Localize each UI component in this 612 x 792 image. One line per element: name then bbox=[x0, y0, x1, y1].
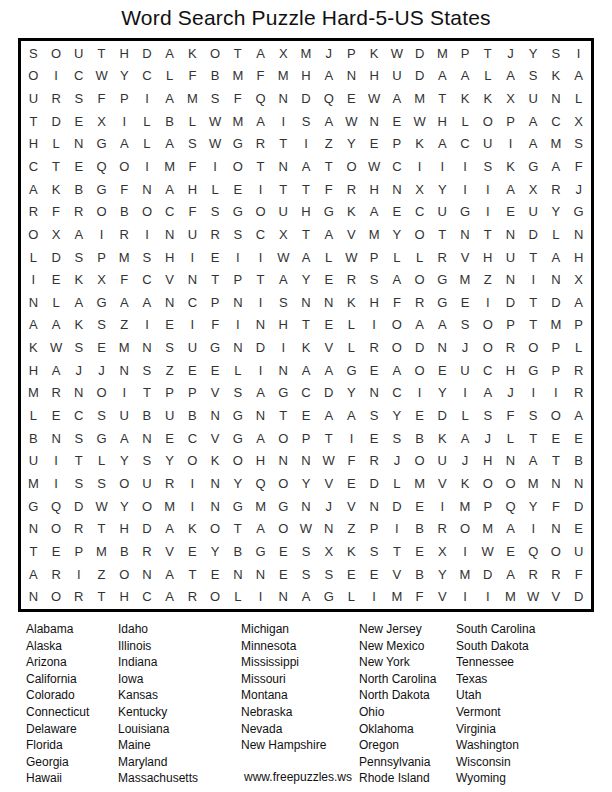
grid-cell[interactable]: W bbox=[476, 540, 499, 563]
grid-cell[interactable]: Q bbox=[499, 495, 522, 518]
grid-cell[interactable]: I bbox=[67, 563, 90, 586]
grid-cell[interactable]: F bbox=[567, 563, 590, 586]
grid-cell[interactable]: U bbox=[386, 65, 409, 88]
grid-cell[interactable]: A bbox=[386, 268, 409, 291]
grid-cell[interactable]: K bbox=[67, 314, 90, 337]
grid-cell[interactable]: N bbox=[67, 133, 90, 156]
grid-cell[interactable]: O bbox=[204, 517, 227, 540]
grid-cell[interactable]: W bbox=[363, 87, 386, 110]
grid-cell[interactable]: T bbox=[272, 404, 295, 427]
grid-cell[interactable]: I bbox=[45, 472, 68, 495]
grid-cell[interactable]: E bbox=[386, 200, 409, 223]
grid-cell[interactable]: L bbox=[317, 246, 340, 269]
grid-cell[interactable]: S bbox=[136, 450, 159, 473]
grid-cell[interactable]: H bbox=[363, 178, 386, 201]
grid-cell[interactable]: O bbox=[90, 200, 113, 223]
grid-cell[interactable]: E bbox=[363, 133, 386, 156]
grid-cell[interactable]: A bbox=[499, 517, 522, 540]
grid-cell[interactable]: I bbox=[408, 155, 431, 178]
grid-cell[interactable]: N bbox=[249, 314, 272, 337]
grid-cell[interactable]: I bbox=[363, 314, 386, 337]
grid-cell[interactable]: F bbox=[204, 314, 227, 337]
grid-cell[interactable]: O bbox=[136, 200, 159, 223]
grid-cell[interactable]: A bbox=[67, 291, 90, 314]
grid-cell[interactable]: A bbox=[522, 133, 545, 156]
grid-cell[interactable]: L bbox=[386, 472, 409, 495]
grid-cell[interactable]: A bbox=[567, 291, 590, 314]
grid-cell[interactable]: R bbox=[158, 472, 181, 495]
grid-cell[interactable]: A bbox=[45, 359, 68, 382]
grid-cell[interactable]: D bbox=[567, 585, 590, 608]
grid-cell[interactable]: W bbox=[340, 246, 363, 269]
grid-cell[interactable]: E bbox=[181, 359, 204, 382]
grid-cell[interactable]: G bbox=[249, 540, 272, 563]
grid-cell[interactable]: R bbox=[45, 563, 68, 586]
grid-cell[interactable]: O bbox=[476, 110, 499, 133]
grid-cell[interactable]: Y bbox=[431, 563, 454, 586]
grid-cell[interactable]: R bbox=[45, 87, 68, 110]
grid-cell[interactable]: E bbox=[67, 110, 90, 133]
grid-cell[interactable]: V bbox=[317, 472, 340, 495]
grid-cell[interactable]: L bbox=[340, 585, 363, 608]
grid-cell[interactable]: D bbox=[45, 246, 68, 269]
grid-cell[interactable]: A bbox=[249, 517, 272, 540]
grid-cell[interactable]: O bbox=[499, 472, 522, 495]
grid-cell[interactable]: N bbox=[499, 450, 522, 473]
grid-cell[interactable]: A bbox=[158, 585, 181, 608]
grid-cell[interactable]: C bbox=[295, 382, 318, 405]
grid-cell[interactable]: I bbox=[522, 382, 545, 405]
grid-cell[interactable]: W bbox=[90, 65, 113, 88]
grid-cell[interactable]: S bbox=[295, 540, 318, 563]
grid-cell[interactable]: O bbox=[249, 200, 272, 223]
grid-cell[interactable]: B bbox=[408, 563, 431, 586]
grid-cell[interactable]: O bbox=[340, 155, 363, 178]
grid-cell[interactable]: V bbox=[204, 382, 227, 405]
grid-cell[interactable]: S bbox=[67, 427, 90, 450]
grid-cell[interactable]: I bbox=[340, 427, 363, 450]
grid-cell[interactable]: T bbox=[90, 42, 113, 65]
grid-cell[interactable]: X bbox=[317, 540, 340, 563]
grid-cell[interactable]: D bbox=[431, 404, 454, 427]
grid-cell[interactable]: E bbox=[204, 563, 227, 586]
grid-cell[interactable]: Y bbox=[340, 133, 363, 156]
grid-cell[interactable]: F bbox=[181, 65, 204, 88]
grid-cell[interactable]: U bbox=[454, 359, 477, 382]
grid-cell[interactable]: B bbox=[408, 427, 431, 450]
grid-cell[interactable]: E bbox=[363, 563, 386, 586]
grid-cell[interactable]: C bbox=[181, 291, 204, 314]
grid-cell[interactable]: O bbox=[22, 223, 45, 246]
grid-cell[interactable]: A bbox=[545, 155, 568, 178]
grid-cell[interactable]: A bbox=[22, 563, 45, 586]
grid-cell[interactable]: I bbox=[181, 472, 204, 495]
grid-cell[interactable]: I bbox=[454, 382, 477, 405]
grid-cell[interactable]: O bbox=[454, 517, 477, 540]
grid-cell[interactable]: K bbox=[181, 42, 204, 65]
grid-cell[interactable]: F bbox=[181, 155, 204, 178]
grid-cell[interactable]: A bbox=[340, 404, 363, 427]
grid-cell[interactable]: W bbox=[522, 585, 545, 608]
grid-cell[interactable]: S bbox=[67, 246, 90, 269]
grid-cell[interactable]: P bbox=[499, 314, 522, 337]
grid-cell[interactable]: S bbox=[317, 563, 340, 586]
grid-cell[interactable]: A bbox=[567, 65, 590, 88]
grid-cell[interactable]: K bbox=[67, 268, 90, 291]
grid-cell[interactable]: L bbox=[454, 404, 477, 427]
grid-cell[interactable]: I bbox=[204, 155, 227, 178]
grid-cell[interactable]: E bbox=[386, 110, 409, 133]
grid-cell[interactable]: L bbox=[408, 246, 431, 269]
grid-cell[interactable]: F bbox=[499, 404, 522, 427]
grid-cell[interactable]: S bbox=[204, 200, 227, 223]
grid-cell[interactable]: H bbox=[158, 246, 181, 269]
grid-cell[interactable]: A bbox=[386, 87, 409, 110]
grid-cell[interactable]: H bbox=[567, 246, 590, 269]
grid-cell[interactable]: N bbox=[317, 517, 340, 540]
grid-cell[interactable]: U bbox=[22, 87, 45, 110]
grid-cell[interactable]: Y bbox=[204, 540, 227, 563]
grid-cell[interactable]: N bbox=[363, 110, 386, 133]
grid-cell[interactable]: V bbox=[431, 585, 454, 608]
grid-cell[interactable]: I bbox=[249, 246, 272, 269]
grid-cell[interactable]: C bbox=[136, 268, 159, 291]
grid-cell[interactable]: Q bbox=[249, 87, 272, 110]
grid-cell[interactable]: N bbox=[181, 268, 204, 291]
grid-cell[interactable]: Y bbox=[545, 200, 568, 223]
grid-cell[interactable]: H bbox=[113, 42, 136, 65]
grid-cell[interactable]: A bbox=[158, 87, 181, 110]
grid-cell[interactable]: V bbox=[158, 540, 181, 563]
grid-cell[interactable]: O bbox=[204, 585, 227, 608]
grid-cell[interactable]: O bbox=[22, 65, 45, 88]
grid-cell[interactable]: A bbox=[499, 65, 522, 88]
grid-cell[interactable]: B bbox=[567, 450, 590, 473]
grid-cell[interactable]: W bbox=[408, 110, 431, 133]
grid-cell[interactable]: N bbox=[454, 223, 477, 246]
grid-cell[interactable]: L bbox=[226, 585, 249, 608]
grid-cell[interactable]: A bbox=[45, 314, 68, 337]
grid-cell[interactable]: I bbox=[181, 495, 204, 518]
grid-cell[interactable]: B bbox=[204, 65, 227, 88]
grid-cell[interactable]: I bbox=[249, 291, 272, 314]
grid-cell[interactable]: E bbox=[363, 359, 386, 382]
grid-cell[interactable]: T bbox=[317, 427, 340, 450]
grid-cell[interactable]: L bbox=[567, 336, 590, 359]
grid-cell[interactable]: C bbox=[408, 200, 431, 223]
grid-cell[interactable]: Z bbox=[317, 133, 340, 156]
grid-cell[interactable]: A bbox=[158, 133, 181, 156]
grid-cell[interactable]: B bbox=[113, 200, 136, 223]
grid-cell[interactable]: N bbox=[204, 404, 227, 427]
grid-cell[interactable]: N bbox=[272, 359, 295, 382]
grid-cell[interactable]: P bbox=[454, 42, 477, 65]
grid-cell[interactable]: Y bbox=[431, 178, 454, 201]
grid-cell[interactable]: F bbox=[226, 87, 249, 110]
grid-cell[interactable]: G bbox=[317, 200, 340, 223]
grid-cell[interactable]: H bbox=[272, 314, 295, 337]
grid-cell[interactable]: A bbox=[499, 178, 522, 201]
grid-cell[interactable]: K bbox=[340, 200, 363, 223]
grid-cell[interactable]: N bbox=[22, 291, 45, 314]
grid-cell[interactable]: S bbox=[67, 87, 90, 110]
grid-cell[interactable]: V bbox=[204, 427, 227, 450]
grid-cell[interactable]: A bbox=[158, 42, 181, 65]
grid-cell[interactable]: O bbox=[272, 427, 295, 450]
grid-cell[interactable]: I bbox=[454, 178, 477, 201]
grid-cell[interactable]: T bbox=[522, 246, 545, 269]
grid-cell[interactable]: M bbox=[386, 585, 409, 608]
grid-cell[interactable]: T bbox=[522, 291, 545, 314]
grid-cell[interactable]: N bbox=[545, 268, 568, 291]
grid-cell[interactable]: N bbox=[204, 495, 227, 518]
grid-cell[interactable]: S bbox=[226, 223, 249, 246]
grid-cell[interactable]: C bbox=[22, 155, 45, 178]
grid-cell[interactable]: X bbox=[272, 223, 295, 246]
grid-cell[interactable]: Y bbox=[113, 65, 136, 88]
grid-cell[interactable]: A bbox=[113, 291, 136, 314]
grid-cell[interactable]: G bbox=[90, 178, 113, 201]
grid-cell[interactable]: I bbox=[476, 200, 499, 223]
grid-cell[interactable]: W bbox=[204, 110, 227, 133]
grid-cell[interactable]: S bbox=[295, 563, 318, 586]
grid-cell[interactable]: E bbox=[408, 540, 431, 563]
grid-cell[interactable]: A bbox=[522, 450, 545, 473]
grid-cell[interactable]: I bbox=[295, 133, 318, 156]
grid-cell[interactable]: G bbox=[90, 427, 113, 450]
grid-cell[interactable]: P bbox=[363, 246, 386, 269]
grid-cell[interactable]: D bbox=[408, 42, 431, 65]
grid-cell[interactable]: X bbox=[90, 268, 113, 291]
grid-cell[interactable]: E bbox=[454, 291, 477, 314]
grid-cell[interactable]: R bbox=[545, 178, 568, 201]
grid-cell[interactable]: T bbox=[476, 223, 499, 246]
grid-cell[interactable]: Z bbox=[113, 314, 136, 337]
grid-cell[interactable]: T bbox=[181, 563, 204, 586]
grid-cell[interactable]: S bbox=[363, 540, 386, 563]
grid-cell[interactable]: N bbox=[545, 517, 568, 540]
grid-cell[interactable]: V bbox=[545, 585, 568, 608]
grid-cell[interactable]: A bbox=[317, 65, 340, 88]
grid-cell[interactable]: S bbox=[476, 155, 499, 178]
grid-cell[interactable]: T bbox=[272, 178, 295, 201]
grid-cell[interactable]: M bbox=[272, 65, 295, 88]
grid-cell[interactable]: E bbox=[90, 336, 113, 359]
grid-cell[interactable]: O bbox=[545, 540, 568, 563]
grid-cell[interactable]: T bbox=[386, 540, 409, 563]
grid-cell[interactable]: I bbox=[545, 382, 568, 405]
grid-cell[interactable]: E bbox=[567, 517, 590, 540]
grid-cell[interactable]: F bbox=[545, 495, 568, 518]
grid-cell[interactable]: X bbox=[431, 540, 454, 563]
grid-cell[interactable]: S bbox=[522, 65, 545, 88]
grid-cell[interactable]: M bbox=[363, 223, 386, 246]
grid-cell[interactable]: T bbox=[22, 540, 45, 563]
grid-cell[interactable]: Y bbox=[295, 472, 318, 495]
grid-cell[interactable]: S bbox=[90, 404, 113, 427]
grid-cell[interactable]: N bbox=[136, 178, 159, 201]
grid-cell[interactable]: G bbox=[431, 291, 454, 314]
grid-cell[interactable]: Y bbox=[386, 223, 409, 246]
grid-cell[interactable]: E bbox=[158, 427, 181, 450]
grid-cell[interactable]: X bbox=[90, 110, 113, 133]
grid-cell[interactable]: I bbox=[136, 87, 159, 110]
grid-cell[interactable]: U bbox=[476, 133, 499, 156]
grid-cell[interactable]: R bbox=[431, 517, 454, 540]
grid-cell[interactable]: F bbox=[408, 585, 431, 608]
grid-cell[interactable]: I bbox=[454, 155, 477, 178]
grid-cell[interactable]: L bbox=[136, 133, 159, 156]
grid-cell[interactable]: M bbox=[408, 472, 431, 495]
grid-cell[interactable]: D bbox=[545, 291, 568, 314]
grid-cell[interactable]: B bbox=[158, 110, 181, 133]
grid-cell[interactable]: U bbox=[522, 87, 545, 110]
grid-cell[interactable]: O bbox=[408, 268, 431, 291]
grid-cell[interactable]: I bbox=[45, 450, 68, 473]
grid-cell[interactable]: B bbox=[408, 517, 431, 540]
grid-cell[interactable]: D bbox=[386, 495, 409, 518]
grid-cell[interactable]: O bbox=[545, 404, 568, 427]
grid-cell[interactable]: G bbox=[226, 495, 249, 518]
grid-cell[interactable]: N bbox=[272, 87, 295, 110]
grid-cell[interactable]: U bbox=[22, 450, 45, 473]
grid-cell[interactable]: M bbox=[295, 42, 318, 65]
grid-cell[interactable]: F bbox=[113, 178, 136, 201]
grid-cell[interactable]: K bbox=[45, 178, 68, 201]
grid-cell[interactable]: M bbox=[408, 87, 431, 110]
grid-cell[interactable]: T bbox=[67, 450, 90, 473]
grid-cell[interactable]: N bbox=[158, 223, 181, 246]
grid-cell[interactable]: A bbox=[295, 585, 318, 608]
grid-cell[interactable]: T bbox=[136, 382, 159, 405]
grid-cell[interactable]: E bbox=[431, 359, 454, 382]
grid-cell[interactable]: E bbox=[317, 314, 340, 337]
grid-cell[interactable]: M bbox=[158, 155, 181, 178]
grid-cell[interactable]: C bbox=[67, 65, 90, 88]
grid-cell[interactable]: S bbox=[181, 133, 204, 156]
grid-cell[interactable]: I bbox=[431, 495, 454, 518]
grid-cell[interactable]: W bbox=[90, 495, 113, 518]
grid-cell[interactable]: N bbox=[295, 291, 318, 314]
grid-cell[interactable]: I bbox=[90, 223, 113, 246]
grid-cell[interactable]: A bbox=[408, 314, 431, 337]
grid-cell[interactable]: T bbox=[226, 42, 249, 65]
grid-cell[interactable]: B bbox=[226, 540, 249, 563]
grid-cell[interactable]: A bbox=[522, 110, 545, 133]
grid-cell[interactable]: G bbox=[226, 427, 249, 450]
grid-cell[interactable]: S bbox=[476, 404, 499, 427]
grid-cell[interactable]: O bbox=[45, 585, 68, 608]
grid-cell[interactable]: A bbox=[295, 246, 318, 269]
grid-cell[interactable]: A bbox=[454, 65, 477, 88]
grid-cell[interactable]: J bbox=[317, 42, 340, 65]
grid-cell[interactable]: X bbox=[567, 268, 590, 291]
grid-cell[interactable]: V bbox=[386, 563, 409, 586]
grid-cell[interactable]: V bbox=[340, 223, 363, 246]
grid-cell[interactable]: G bbox=[226, 133, 249, 156]
grid-cell[interactable]: K bbox=[363, 42, 386, 65]
grid-cell[interactable]: J bbox=[67, 359, 90, 382]
grid-cell[interactable]: A bbox=[158, 563, 181, 586]
grid-cell[interactable]: J bbox=[386, 450, 409, 473]
grid-cell[interactable]: U bbox=[431, 200, 454, 223]
grid-cell[interactable]: Q bbox=[522, 540, 545, 563]
grid-cell[interactable]: M bbox=[476, 517, 499, 540]
grid-cell[interactable]: I bbox=[522, 268, 545, 291]
grid-cell[interactable]: H bbox=[22, 359, 45, 382]
grid-cell[interactable]: A bbox=[158, 517, 181, 540]
grid-cell[interactable]: L bbox=[567, 87, 590, 110]
grid-cell[interactable]: J bbox=[476, 427, 499, 450]
grid-cell[interactable]: D bbox=[363, 472, 386, 495]
grid-cell[interactable]: O bbox=[90, 382, 113, 405]
grid-cell[interactable]: P bbox=[545, 359, 568, 382]
grid-cell[interactable]: M bbox=[226, 65, 249, 88]
grid-cell[interactable]: J bbox=[317, 495, 340, 518]
grid-cell[interactable]: N bbox=[295, 495, 318, 518]
grid-cell[interactable]: F bbox=[90, 87, 113, 110]
grid-cell[interactable]: C bbox=[454, 133, 477, 156]
grid-cell[interactable]: Y bbox=[295, 268, 318, 291]
grid-cell[interactable]: N bbox=[340, 65, 363, 88]
grid-cell[interactable]: O bbox=[408, 359, 431, 382]
grid-cell[interactable]: M bbox=[90, 540, 113, 563]
grid-cell[interactable]: A bbox=[454, 427, 477, 450]
grid-cell[interactable]: W bbox=[204, 133, 227, 156]
grid-cell[interactable]: W bbox=[363, 155, 386, 178]
grid-cell[interactable]: S bbox=[272, 291, 295, 314]
grid-cell[interactable]: F bbox=[386, 291, 409, 314]
grid-cell[interactable]: S bbox=[454, 314, 477, 337]
grid-cell[interactable]: F bbox=[181, 200, 204, 223]
grid-cell[interactable]: F bbox=[340, 450, 363, 473]
grid-cell[interactable]: J bbox=[499, 42, 522, 65]
grid-cell[interactable]: S bbox=[386, 427, 409, 450]
grid-cell[interactable]: N bbox=[226, 291, 249, 314]
grid-cell[interactable]: A bbox=[249, 427, 272, 450]
grid-cell[interactable]: G bbox=[204, 336, 227, 359]
grid-cell[interactable]: T bbox=[522, 314, 545, 337]
grid-cell[interactable]: U bbox=[158, 404, 181, 427]
grid-cell[interactable]: T bbox=[476, 42, 499, 65]
grid-cell[interactable]: M bbox=[249, 495, 272, 518]
grid-cell[interactable]: N bbox=[113, 359, 136, 382]
grid-cell[interactable]: V bbox=[158, 268, 181, 291]
grid-cell[interactable]: R bbox=[363, 336, 386, 359]
grid-cell[interactable]: Y bbox=[340, 382, 363, 405]
grid-cell[interactable]: C bbox=[67, 404, 90, 427]
grid-cell[interactable]: O bbox=[386, 336, 409, 359]
grid-cell[interactable]: S bbox=[567, 133, 590, 156]
grid-cell[interactable]: O bbox=[408, 450, 431, 473]
grid-cell[interactable]: Z bbox=[340, 517, 363, 540]
grid-cell[interactable]: A bbox=[249, 382, 272, 405]
grid-cell[interactable]: N bbox=[249, 404, 272, 427]
grid-cell[interactable]: E bbox=[272, 563, 295, 586]
grid-cell[interactable]: E bbox=[340, 563, 363, 586]
grid-cell[interactable]: B bbox=[67, 178, 90, 201]
grid-cell[interactable]: G bbox=[272, 382, 295, 405]
grid-cell[interactable]: R bbox=[408, 291, 431, 314]
grid-cell[interactable]: H bbox=[499, 359, 522, 382]
grid-cell[interactable]: P bbox=[499, 110, 522, 133]
grid-cell[interactable]: K bbox=[476, 87, 499, 110]
grid-cell[interactable]: M bbox=[181, 87, 204, 110]
grid-cell[interactable]: E bbox=[567, 427, 590, 450]
grid-cell[interactable]: J bbox=[454, 336, 477, 359]
grid-cell[interactable]: L bbox=[158, 65, 181, 88]
grid-cell[interactable]: R bbox=[545, 563, 568, 586]
